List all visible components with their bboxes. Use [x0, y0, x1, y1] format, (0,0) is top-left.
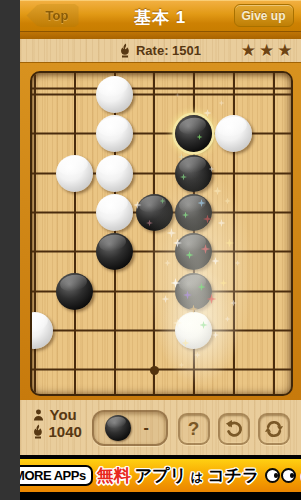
nav-bar: Top 基本 1 Give up: [20, 0, 301, 31]
question-icon: ?: [188, 418, 200, 440]
black-stone: [175, 115, 212, 152]
undo-button[interactable]: [218, 413, 250, 445]
rate-stars: ★★★: [241, 40, 296, 61]
white-stone: [215, 115, 252, 152]
flame-icon: [119, 43, 131, 58]
eyes-logo-icon: [265, 468, 296, 483]
stone-grid: [30, 75, 293, 390]
rate-label: Rate: 1501: [136, 43, 201, 58]
black-stone: [136, 194, 173, 231]
white-stone: [175, 312, 212, 349]
black-stone: [175, 233, 212, 270]
give-up-label: Give up: [241, 9, 285, 23]
nav-bottom-band: [20, 31, 301, 39]
undo-icon: [224, 419, 244, 439]
tray-black-stone: [105, 415, 131, 441]
black-stone: [56, 273, 93, 310]
control-bar: You 1040 - ?: [20, 400, 301, 455]
ad-text-wa: は: [191, 469, 203, 486]
white-stone: [96, 194, 133, 231]
ad-text-app: アプリ: [135, 464, 187, 487]
ad-text-kochira: コチラ: [207, 464, 259, 487]
black-stone: [96, 233, 133, 270]
rate-bar: Rate: 1501 ★★★: [20, 39, 301, 62]
more-apps-badge: MORE APPs: [20, 465, 93, 486]
ad-banner[interactable]: MORE APPs 無料 アプリ は コチラ d: [20, 455, 301, 500]
go-board-frame: [20, 62, 301, 400]
white-stone: [96, 115, 133, 152]
ad-text-free: 無料: [97, 464, 131, 487]
app-screen: Top 基本 1 Give up Rate: 1501 ★★★ Yo: [20, 0, 301, 500]
white-stone: [30, 312, 54, 349]
stone-tray: -: [92, 410, 168, 446]
tray-count: -: [144, 419, 149, 437]
player-rating: 1040: [49, 423, 82, 440]
white-stone: [96, 76, 133, 113]
retry-icon: [264, 419, 284, 439]
retry-button[interactable]: [258, 413, 290, 445]
white-stone: [96, 155, 133, 192]
player-info: You 1040: [32, 406, 82, 440]
white-stone: [56, 155, 93, 192]
player-name: You: [50, 406, 77, 423]
black-stone: [175, 194, 212, 231]
black-stone: [175, 273, 212, 310]
give-up-button[interactable]: Give up: [234, 4, 294, 27]
ad-banner-content: MORE APPs 無料 アプリ は コチラ d: [20, 459, 301, 492]
flame-icon: [32, 424, 44, 439]
hint-button[interactable]: ?: [178, 413, 210, 445]
person-icon: [32, 408, 45, 422]
go-board[interactable]: [30, 71, 293, 396]
black-stone: [175, 155, 212, 192]
